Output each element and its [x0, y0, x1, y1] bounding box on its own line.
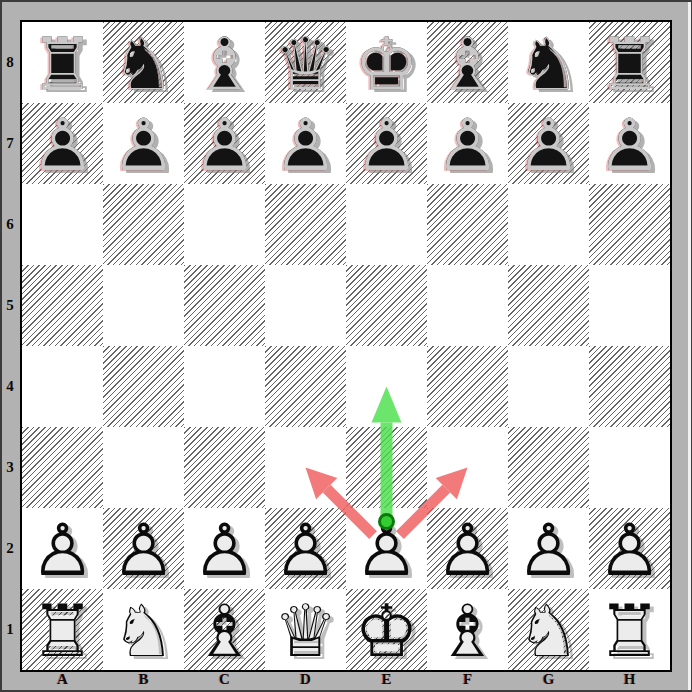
- piece-black-pawn[interactable]: ♟♙: [508, 103, 589, 184]
- pawn-outline-glyph: ♙: [22, 103, 103, 184]
- square-a7[interactable]: ♟♙: [22, 103, 103, 184]
- pawn-outline-glyph: ♙: [508, 508, 589, 589]
- square-e7[interactable]: ♟♙: [346, 103, 427, 184]
- piece-white-bishop[interactable]: ♝♗: [184, 589, 265, 670]
- bishop-outline-glyph: ♗: [427, 589, 508, 670]
- pawn-outline-glyph: ♙: [589, 508, 670, 589]
- pawn-outline-glyph: ♙: [427, 103, 508, 184]
- square-c2[interactable]: ♟♙: [184, 508, 265, 589]
- rook-outline-glyph: ♖: [589, 22, 670, 103]
- square-c5[interactable]: [184, 265, 265, 346]
- piece-black-knight[interactable]: ♞♘: [508, 22, 589, 103]
- piece-white-pawn[interactable]: ♟♙: [427, 508, 508, 589]
- queen-outline-glyph: ♕: [265, 22, 346, 103]
- piece-white-queen[interactable]: ♛♕: [265, 589, 346, 670]
- knight-outline-glyph: ♘: [103, 22, 184, 103]
- knight-outline-glyph: ♘: [103, 589, 184, 670]
- file-label-c: C: [184, 671, 265, 691]
- piece-black-knight[interactable]: ♞♘: [103, 22, 184, 103]
- bishop-outline-glyph: ♗: [184, 22, 265, 103]
- square-d2[interactable]: ♟♙: [265, 508, 346, 589]
- square-g2[interactable]: ♟♙: [508, 508, 589, 589]
- file-label-h: H: [589, 671, 670, 691]
- rank-label-1: 1: [0, 589, 20, 670]
- square-h7[interactable]: ♟♙: [589, 103, 670, 184]
- file-label-g: G: [508, 671, 589, 691]
- square-a5[interactable]: [22, 265, 103, 346]
- pawn-outline-glyph: ♙: [265, 103, 346, 184]
- piece-white-pawn[interactable]: ♟♙: [22, 508, 103, 589]
- square-d7[interactable]: ♟♙: [265, 103, 346, 184]
- square-e2[interactable]: ♟♙: [346, 508, 427, 589]
- piece-black-pawn[interactable]: ♟♙: [103, 103, 184, 184]
- king-outline-glyph: ♔: [346, 589, 427, 670]
- square-f5[interactable]: [427, 265, 508, 346]
- square-d1[interactable]: ♛♕: [265, 589, 346, 670]
- square-e6[interactable]: [346, 184, 427, 265]
- square-a3[interactable]: [22, 427, 103, 508]
- rank-label-3: 3: [0, 427, 20, 508]
- square-e4[interactable]: [346, 346, 427, 427]
- piece-white-pawn[interactable]: ♟♙: [589, 508, 670, 589]
- square-a1[interactable]: ♜♖: [22, 589, 103, 670]
- piece-white-pawn[interactable]: ♟♙: [346, 508, 427, 589]
- pawn-outline-glyph: ♙: [103, 103, 184, 184]
- knight-outline-glyph: ♘: [508, 589, 589, 670]
- square-f6[interactable]: [427, 184, 508, 265]
- square-c6[interactable]: [184, 184, 265, 265]
- square-e1[interactable]: ♚♔: [346, 589, 427, 670]
- pawn-outline-glyph: ♙: [589, 103, 670, 184]
- rank-label-5: 5: [0, 265, 20, 346]
- square-f1[interactable]: ♝♗: [427, 589, 508, 670]
- square-f7[interactable]: ♟♙: [427, 103, 508, 184]
- piece-black-pawn[interactable]: ♟♙: [184, 103, 265, 184]
- square-h3[interactable]: [589, 427, 670, 508]
- rook-outline-glyph: ♖: [22, 589, 103, 670]
- rank-label-4: 4: [0, 346, 20, 427]
- square-b5[interactable]: [103, 265, 184, 346]
- piece-black-pawn[interactable]: ♟♙: [265, 103, 346, 184]
- bishop-outline-glyph: ♗: [427, 22, 508, 103]
- square-a2[interactable]: ♟♙: [22, 508, 103, 589]
- square-e8[interactable]: ♚♔: [346, 22, 427, 103]
- square-h2[interactable]: ♟♙: [589, 508, 670, 589]
- square-f3[interactable]: [427, 427, 508, 508]
- piece-black-rook[interactable]: ♜♖: [22, 22, 103, 103]
- piece-white-rook[interactable]: ♜♖: [589, 589, 670, 670]
- square-f2[interactable]: ♟♙: [427, 508, 508, 589]
- piece-black-pawn[interactable]: ♟♙: [589, 103, 670, 184]
- piece-white-pawn[interactable]: ♟♙: [265, 508, 346, 589]
- pawn-outline-glyph: ♙: [265, 508, 346, 589]
- file-labels: ABCDEFGH: [22, 671, 670, 691]
- file-label-f: F: [427, 671, 508, 691]
- pawn-outline-glyph: ♙: [184, 508, 265, 589]
- rook-outline-glyph: ♖: [22, 22, 103, 103]
- square-a4[interactable]: [22, 346, 103, 427]
- piece-black-king[interactable]: ♚♔: [346, 22, 427, 103]
- piece-white-pawn[interactable]: ♟♙: [508, 508, 589, 589]
- piece-white-pawn[interactable]: ♟♙: [184, 508, 265, 589]
- file-label-d: D: [265, 671, 346, 691]
- file-label-a: A: [22, 671, 103, 691]
- square-g4[interactable]: [508, 346, 589, 427]
- piece-white-king[interactable]: ♚♔: [346, 589, 427, 670]
- piece-black-bishop[interactable]: ♝♗: [184, 22, 265, 103]
- piece-white-rook[interactable]: ♜♖: [22, 589, 103, 670]
- square-b3[interactable]: [103, 427, 184, 508]
- pawn-outline-glyph: ♙: [346, 103, 427, 184]
- square-c1[interactable]: ♝♗: [184, 589, 265, 670]
- piece-black-pawn[interactable]: ♟♙: [427, 103, 508, 184]
- piece-white-pawn[interactable]: ♟♙: [103, 508, 184, 589]
- square-d8[interactable]: ♛♕: [265, 22, 346, 103]
- square-b6[interactable]: [103, 184, 184, 265]
- square-c7[interactable]: ♟♙: [184, 103, 265, 184]
- square-e5[interactable]: [346, 265, 427, 346]
- pawn-outline-glyph: ♙: [427, 508, 508, 589]
- square-h1[interactable]: ♜♖: [589, 589, 670, 670]
- piece-white-knight[interactable]: ♞♘: [508, 589, 589, 670]
- pawn-outline-glyph: ♙: [22, 508, 103, 589]
- file-label-e: E: [346, 671, 427, 691]
- pawn-outline-glyph: ♙: [508, 103, 589, 184]
- piece-white-knight[interactable]: ♞♘: [103, 589, 184, 670]
- board-border: ♜♖♞♘♝♗♛♕♚♔♝♗♞♘♜♖♟♙♟♙♟♙♟♙♟♙♟♙♟♙♟♙♟♙♟♙♟♙♟♙…: [20, 20, 672, 672]
- piece-black-pawn[interactable]: ♟♙: [346, 103, 427, 184]
- pawn-outline-glyph: ♙: [103, 508, 184, 589]
- rank-labels: 87654321: [0, 22, 20, 670]
- square-d6[interactable]: [265, 184, 346, 265]
- square-d3[interactable]: [265, 427, 346, 508]
- piece-white-bishop[interactable]: ♝♗: [427, 589, 508, 670]
- rank-label-8: 8: [0, 22, 20, 103]
- square-b4[interactable]: [103, 346, 184, 427]
- square-f8[interactable]: ♝♗: [427, 22, 508, 103]
- chess-board[interactable]: ♜♖♞♘♝♗♛♕♚♔♝♗♞♘♜♖♟♙♟♙♟♙♟♙♟♙♟♙♟♙♟♙♟♙♟♙♟♙♟♙…: [22, 22, 670, 670]
- square-e3[interactable]: [346, 427, 427, 508]
- square-c3[interactable]: [184, 427, 265, 508]
- rook-outline-glyph: ♖: [589, 589, 670, 670]
- window-frame: 87654321 ♜♖♞♘♝♗♛♕♚♔♝♗♞♘♜♖♟♙♟♙♟♙♟♙♟♙♟♙♟♙♟…: [0, 0, 692, 692]
- pawn-outline-glyph: ♙: [346, 508, 427, 589]
- pawn-outline-glyph: ♙: [184, 103, 265, 184]
- square-d5[interactable]: [265, 265, 346, 346]
- square-b1[interactable]: ♞♘: [103, 589, 184, 670]
- square-a6[interactable]: [22, 184, 103, 265]
- square-d4[interactable]: [265, 346, 346, 427]
- piece-black-bishop[interactable]: ♝♗: [427, 22, 508, 103]
- square-b8[interactable]: ♞♘: [103, 22, 184, 103]
- square-g6[interactable]: [508, 184, 589, 265]
- square-g7[interactable]: ♟♙: [508, 103, 589, 184]
- bishop-outline-glyph: ♗: [184, 589, 265, 670]
- file-label-b: B: [103, 671, 184, 691]
- square-h5[interactable]: [589, 265, 670, 346]
- square-h8[interactable]: ♜♖: [589, 22, 670, 103]
- square-h4[interactable]: [589, 346, 670, 427]
- square-c4[interactable]: [184, 346, 265, 427]
- square-c8[interactable]: ♝♗: [184, 22, 265, 103]
- square-g8[interactable]: ♞♘: [508, 22, 589, 103]
- piece-black-rook[interactable]: ♜♖: [589, 22, 670, 103]
- square-f4[interactable]: [427, 346, 508, 427]
- square-a8[interactable]: ♜♖: [22, 22, 103, 103]
- rank-label-6: 6: [0, 184, 20, 265]
- queen-outline-glyph: ♕: [265, 589, 346, 670]
- square-g5[interactable]: [508, 265, 589, 346]
- piece-black-queen[interactable]: ♛♕: [265, 22, 346, 103]
- square-h6[interactable]: [589, 184, 670, 265]
- rank-label-7: 7: [0, 103, 20, 184]
- king-outline-glyph: ♔: [346, 22, 427, 103]
- square-b2[interactable]: ♟♙: [103, 508, 184, 589]
- rank-label-2: 2: [0, 508, 20, 589]
- square-g3[interactable]: [508, 427, 589, 508]
- knight-outline-glyph: ♘: [508, 22, 589, 103]
- piece-black-pawn[interactable]: ♟♙: [22, 103, 103, 184]
- square-g1[interactable]: ♞♘: [508, 589, 589, 670]
- square-b7[interactable]: ♟♙: [103, 103, 184, 184]
